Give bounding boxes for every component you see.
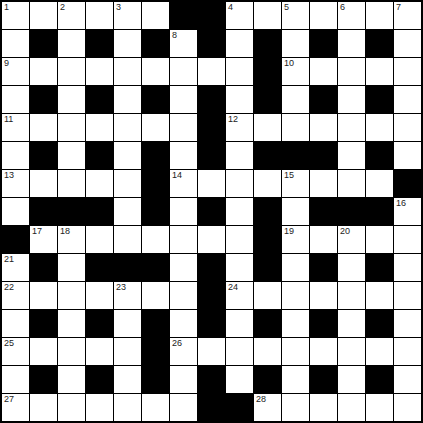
cell-r12c0[interactable]: 25 (2, 338, 29, 365)
black-cell-r1c13 (366, 30, 393, 57)
black-cell-r6c5 (142, 170, 169, 197)
black-cell-r9c1 (30, 254, 57, 281)
cell-r12c12[interactable] (338, 338, 365, 365)
cell-r3c10[interactable] (282, 86, 309, 113)
clue-number-8: 8 (172, 31, 177, 40)
black-cell-r14c7 (198, 394, 225, 421)
cell-r4c6[interactable] (170, 114, 197, 141)
black-cell-r7c5 (142, 198, 169, 225)
clue-number-7: 7 (396, 3, 401, 12)
cell-r2c2[interactable] (58, 58, 85, 85)
cell-r5c6[interactable] (170, 142, 197, 169)
black-cell-r11c1 (30, 310, 57, 337)
clue-number-4: 4 (228, 3, 233, 12)
cell-r10c10[interactable] (282, 282, 309, 309)
cell-r13c0[interactable] (2, 366, 29, 393)
cell-r4c13[interactable] (366, 114, 393, 141)
cell-r13c4[interactable] (114, 366, 141, 393)
black-cell-r13c1 (30, 366, 57, 393)
cell-r12c10[interactable] (282, 338, 309, 365)
cell-r11c4[interactable] (114, 310, 141, 337)
cell-r14c12[interactable] (338, 394, 365, 421)
cell-r6c4[interactable] (114, 170, 141, 197)
cell-r12c3[interactable] (86, 338, 113, 365)
black-cell-r3c9 (254, 86, 281, 113)
cell-r8c11[interactable] (310, 226, 337, 253)
black-cell-r9c11 (310, 254, 337, 281)
cell-r14c0[interactable]: 27 (2, 394, 29, 421)
cell-r7c14[interactable]: 16 (394, 198, 421, 225)
cell-r9c10[interactable] (282, 254, 309, 281)
black-cell-r7c9 (254, 198, 281, 225)
cell-r9c6[interactable] (170, 254, 197, 281)
black-cell-r5c9 (254, 142, 281, 169)
cell-r12c2[interactable] (58, 338, 85, 365)
cell-r4c3[interactable] (86, 114, 113, 141)
cell-r7c8[interactable] (226, 198, 253, 225)
black-cell-r0c7 (198, 2, 225, 29)
cell-r8c8[interactable] (226, 226, 253, 253)
cell-r11c0[interactable] (2, 310, 29, 337)
cell-r12c13[interactable] (366, 338, 393, 365)
black-cell-r5c3 (86, 142, 113, 169)
cell-r3c8[interactable] (226, 86, 253, 113)
black-cell-r8c9 (254, 226, 281, 253)
black-cell-r8c0 (2, 226, 29, 253)
cell-r0c0[interactable]: 1 (2, 2, 29, 29)
clue-number-2: 2 (60, 3, 65, 12)
cell-r4c14[interactable] (394, 114, 421, 141)
cell-r0c9[interactable] (254, 2, 281, 29)
black-cell-r13c5 (142, 366, 169, 393)
black-cell-r5c5 (142, 142, 169, 169)
cell-r8c2[interactable]: 18 (58, 226, 85, 253)
cell-r0c1[interactable] (30, 2, 57, 29)
cell-r14c11[interactable] (310, 394, 337, 421)
cell-r4c5[interactable] (142, 114, 169, 141)
cell-r8c3[interactable] (86, 226, 113, 253)
black-cell-r5c1 (30, 142, 57, 169)
clue-number-6: 6 (340, 3, 345, 12)
cell-r7c10[interactable] (282, 198, 309, 225)
cell-r14c3[interactable] (86, 394, 113, 421)
cell-r10c4[interactable]: 23 (114, 282, 141, 309)
cell-r6c7[interactable] (198, 170, 225, 197)
cell-r14c2[interactable] (58, 394, 85, 421)
clue-number-12: 12 (228, 115, 238, 124)
cell-r8c7[interactable] (198, 226, 225, 253)
cell-r6c1[interactable] (30, 170, 57, 197)
cell-r0c4[interactable]: 3 (114, 2, 141, 29)
black-cell-r5c10 (282, 142, 309, 169)
cell-r2c5[interactable] (142, 58, 169, 85)
cell-r4c11[interactable] (310, 114, 337, 141)
clue-number-1: 1 (4, 3, 9, 12)
cell-r2c7[interactable] (198, 58, 225, 85)
cell-r4c0[interactable]: 11 (2, 114, 29, 141)
cell-r13c6[interactable] (170, 366, 197, 393)
cell-r10c2[interactable] (58, 282, 85, 309)
cell-r6c10[interactable]: 15 (282, 170, 309, 197)
black-cell-r13c11 (310, 366, 337, 393)
cell-r8c4[interactable] (114, 226, 141, 253)
clue-number-10: 10 (284, 59, 294, 68)
black-cell-r0c6 (170, 2, 197, 29)
cell-r10c0[interactable]: 22 (2, 282, 29, 309)
cell-r2c14[interactable] (394, 58, 421, 85)
cell-r13c2[interactable] (58, 366, 85, 393)
black-cell-r5c7 (198, 142, 225, 169)
black-cell-r11c11 (310, 310, 337, 337)
black-cell-r9c4 (114, 254, 141, 281)
cell-r12c1[interactable] (30, 338, 57, 365)
black-cell-r12c5 (142, 338, 169, 365)
cell-r13c10[interactable] (282, 366, 309, 393)
cell-r7c4[interactable] (114, 198, 141, 225)
black-cell-r11c5 (142, 310, 169, 337)
cell-r10c1[interactable] (30, 282, 57, 309)
cell-r5c2[interactable] (58, 142, 85, 169)
cell-r11c14[interactable] (394, 310, 421, 337)
black-cell-r9c9 (254, 254, 281, 281)
cell-r2c12[interactable] (338, 58, 365, 85)
cell-r10c14[interactable] (394, 282, 421, 309)
black-cell-r9c3 (86, 254, 113, 281)
cell-r10c12[interactable] (338, 282, 365, 309)
black-cell-r9c5 (142, 254, 169, 281)
cell-r1c6[interactable]: 8 (170, 30, 197, 57)
clue-number-25: 25 (4, 339, 14, 348)
clue-number-23: 23 (116, 283, 126, 292)
cell-r13c8[interactable] (226, 366, 253, 393)
black-cell-r14c8 (226, 394, 253, 421)
cell-r5c4[interactable] (114, 142, 141, 169)
cell-r6c11[interactable] (310, 170, 337, 197)
clue-number-28: 28 (256, 395, 266, 404)
cell-r0c8[interactable]: 4 (226, 2, 253, 29)
cell-r10c5[interactable] (142, 282, 169, 309)
black-cell-r11c3 (86, 310, 113, 337)
black-cell-r2c9 (254, 58, 281, 85)
cell-r12c8[interactable] (226, 338, 253, 365)
black-cell-r10c7 (198, 282, 225, 309)
cell-r5c14[interactable] (394, 142, 421, 169)
black-cell-r5c11 (310, 142, 337, 169)
black-cell-r11c13 (366, 310, 393, 337)
cell-r6c13[interactable] (366, 170, 393, 197)
cell-r1c10[interactable] (282, 30, 309, 57)
cell-r10c13[interactable] (366, 282, 393, 309)
black-cell-r11c7 (198, 310, 225, 337)
cell-r14c10[interactable] (282, 394, 309, 421)
clue-number-20: 20 (340, 227, 350, 236)
cell-r11c12[interactable] (338, 310, 365, 337)
cell-r5c0[interactable] (2, 142, 29, 169)
cell-r9c14[interactable] (394, 254, 421, 281)
cell-r9c12[interactable] (338, 254, 365, 281)
cell-r1c0[interactable] (2, 30, 29, 57)
cell-r6c2[interactable] (58, 170, 85, 197)
cell-r14c14[interactable] (394, 394, 421, 421)
clue-number-3: 3 (116, 3, 121, 12)
cell-r11c8[interactable] (226, 310, 253, 337)
cell-r5c12[interactable] (338, 142, 365, 169)
cell-r0c13[interactable] (366, 2, 393, 29)
clue-number-5: 5 (284, 3, 289, 12)
cell-r4c1[interactable] (30, 114, 57, 141)
cell-r12c11[interactable] (310, 338, 337, 365)
cell-r0c5[interactable] (142, 2, 169, 29)
cell-r6c6[interactable]: 14 (170, 170, 197, 197)
cell-r1c4[interactable] (114, 30, 141, 57)
cell-r13c14[interactable] (394, 366, 421, 393)
cell-r1c12[interactable] (338, 30, 365, 57)
clue-number-22: 22 (4, 283, 14, 292)
cell-r9c0[interactable]: 21 (2, 254, 29, 281)
clue-number-17: 17 (32, 227, 42, 236)
cell-r4c8[interactable]: 12 (226, 114, 253, 141)
cell-r8c10[interactable]: 19 (282, 226, 309, 253)
black-cell-r7c11 (310, 198, 337, 225)
clue-number-18: 18 (60, 227, 70, 236)
black-cell-r3c3 (86, 86, 113, 113)
cell-r3c0[interactable] (2, 86, 29, 113)
black-cell-r1c3 (86, 30, 113, 57)
cell-r4c12[interactable] (338, 114, 365, 141)
cell-r3c6[interactable] (170, 86, 197, 113)
cell-r12c4[interactable] (114, 338, 141, 365)
cell-r12c6[interactable]: 26 (170, 338, 197, 365)
cell-r0c10[interactable]: 5 (282, 2, 309, 29)
cell-r8c14[interactable] (394, 226, 421, 253)
black-cell-r3c7 (198, 86, 225, 113)
clue-number-16: 16 (396, 199, 406, 208)
cell-r2c8[interactable] (226, 58, 253, 85)
cell-r13c12[interactable] (338, 366, 365, 393)
black-cell-r3c1 (30, 86, 57, 113)
cell-r7c6[interactable] (170, 198, 197, 225)
black-cell-r9c13 (366, 254, 393, 281)
clue-number-11: 11 (4, 115, 13, 124)
cell-r0c14[interactable]: 7 (394, 2, 421, 29)
cell-r12c14[interactable] (394, 338, 421, 365)
cell-r4c9[interactable] (254, 114, 281, 141)
clue-number-19: 19 (284, 227, 294, 236)
clue-number-27: 27 (4, 395, 14, 404)
black-cell-r3c13 (366, 86, 393, 113)
cell-r3c14[interactable] (394, 86, 421, 113)
black-cell-r13c3 (86, 366, 113, 393)
cell-r9c2[interactable] (58, 254, 85, 281)
cell-r0c11[interactable] (310, 2, 337, 29)
cell-r3c2[interactable] (58, 86, 85, 113)
black-cell-r7c1 (30, 198, 57, 225)
cell-r4c4[interactable] (114, 114, 141, 141)
cell-r2c13[interactable] (366, 58, 393, 85)
black-cell-r7c2 (58, 198, 85, 225)
cell-r11c6[interactable] (170, 310, 197, 337)
cell-r0c2[interactable]: 2 (58, 2, 85, 29)
cell-r4c2[interactable] (58, 114, 85, 141)
clue-number-15: 15 (284, 171, 294, 180)
cell-r14c13[interactable] (366, 394, 393, 421)
black-cell-r5c13 (366, 142, 393, 169)
black-cell-r7c7 (198, 198, 225, 225)
cell-r2c0[interactable]: 9 (2, 58, 29, 85)
black-cell-r1c1 (30, 30, 57, 57)
cell-r3c4[interactable] (114, 86, 141, 113)
black-cell-r11c9 (254, 310, 281, 337)
cell-r10c6[interactable] (170, 282, 197, 309)
clue-number-14: 14 (172, 171, 182, 180)
cell-r11c10[interactable] (282, 310, 309, 337)
cell-r2c4[interactable] (114, 58, 141, 85)
black-cell-r7c13 (366, 198, 393, 225)
clue-number-9: 9 (4, 59, 9, 68)
cell-r8c13[interactable] (366, 226, 393, 253)
cell-r6c12[interactable] (338, 170, 365, 197)
cell-r14c9[interactable]: 28 (254, 394, 281, 421)
cell-r4c10[interactable] (282, 114, 309, 141)
clue-number-26: 26 (172, 339, 182, 348)
cell-r1c8[interactable] (226, 30, 253, 57)
cell-r9c8[interactable] (226, 254, 253, 281)
cell-r6c3[interactable] (86, 170, 113, 197)
black-cell-r1c7 (198, 30, 225, 57)
cell-r7c0[interactable] (2, 198, 29, 225)
clue-number-13: 13 (4, 171, 14, 180)
crossword-grid: 1234567891011121314151617181920212223242… (0, 0, 423, 423)
black-cell-r3c11 (310, 86, 337, 113)
black-cell-r13c13 (366, 366, 393, 393)
black-cell-r13c9 (254, 366, 281, 393)
cell-r10c8[interactable]: 24 (226, 282, 253, 309)
black-cell-r7c3 (86, 198, 113, 225)
cell-r3c12[interactable] (338, 86, 365, 113)
cell-r12c9[interactable] (254, 338, 281, 365)
cell-r12c7[interactable] (198, 338, 225, 365)
cell-r8c6[interactable] (170, 226, 197, 253)
cell-r10c9[interactable] (254, 282, 281, 309)
cell-r2c3[interactable] (86, 58, 113, 85)
black-cell-r1c5 (142, 30, 169, 57)
cell-r8c12[interactable]: 20 (338, 226, 365, 253)
cell-r2c1[interactable] (30, 58, 57, 85)
black-cell-r6c14 (394, 170, 421, 197)
cell-r8c1[interactable]: 17 (30, 226, 57, 253)
cell-r6c8[interactable] (226, 170, 253, 197)
clue-number-21: 21 (4, 255, 14, 264)
cell-r14c6[interactable] (170, 394, 197, 421)
black-cell-r7c12 (338, 198, 365, 225)
black-cell-r9c7 (198, 254, 225, 281)
black-cell-r4c7 (198, 114, 225, 141)
cell-r2c6[interactable] (170, 58, 197, 85)
cell-r1c2[interactable] (58, 30, 85, 57)
clue-number-24: 24 (228, 283, 238, 292)
cell-r6c9[interactable] (254, 170, 281, 197)
cell-r5c8[interactable] (226, 142, 253, 169)
cell-r6c0[interactable]: 13 (2, 170, 29, 197)
black-cell-r3c5 (142, 86, 169, 113)
black-cell-r1c11 (310, 30, 337, 57)
cell-r1c14[interactable] (394, 30, 421, 57)
cell-r10c3[interactable] (86, 282, 113, 309)
cell-r0c3[interactable] (86, 2, 113, 29)
black-cell-r1c9 (254, 30, 281, 57)
cell-r14c4[interactable] (114, 394, 141, 421)
cell-r14c1[interactable] (30, 394, 57, 421)
cell-r8c5[interactable] (142, 226, 169, 253)
cell-r2c11[interactable] (310, 58, 337, 85)
cell-r14c5[interactable] (142, 394, 169, 421)
cell-r0c12[interactable]: 6 (338, 2, 365, 29)
cell-r2c10[interactable]: 10 (282, 58, 309, 85)
black-cell-r13c7 (198, 366, 225, 393)
cell-r10c11[interactable] (310, 282, 337, 309)
cell-r11c2[interactable] (58, 310, 85, 337)
